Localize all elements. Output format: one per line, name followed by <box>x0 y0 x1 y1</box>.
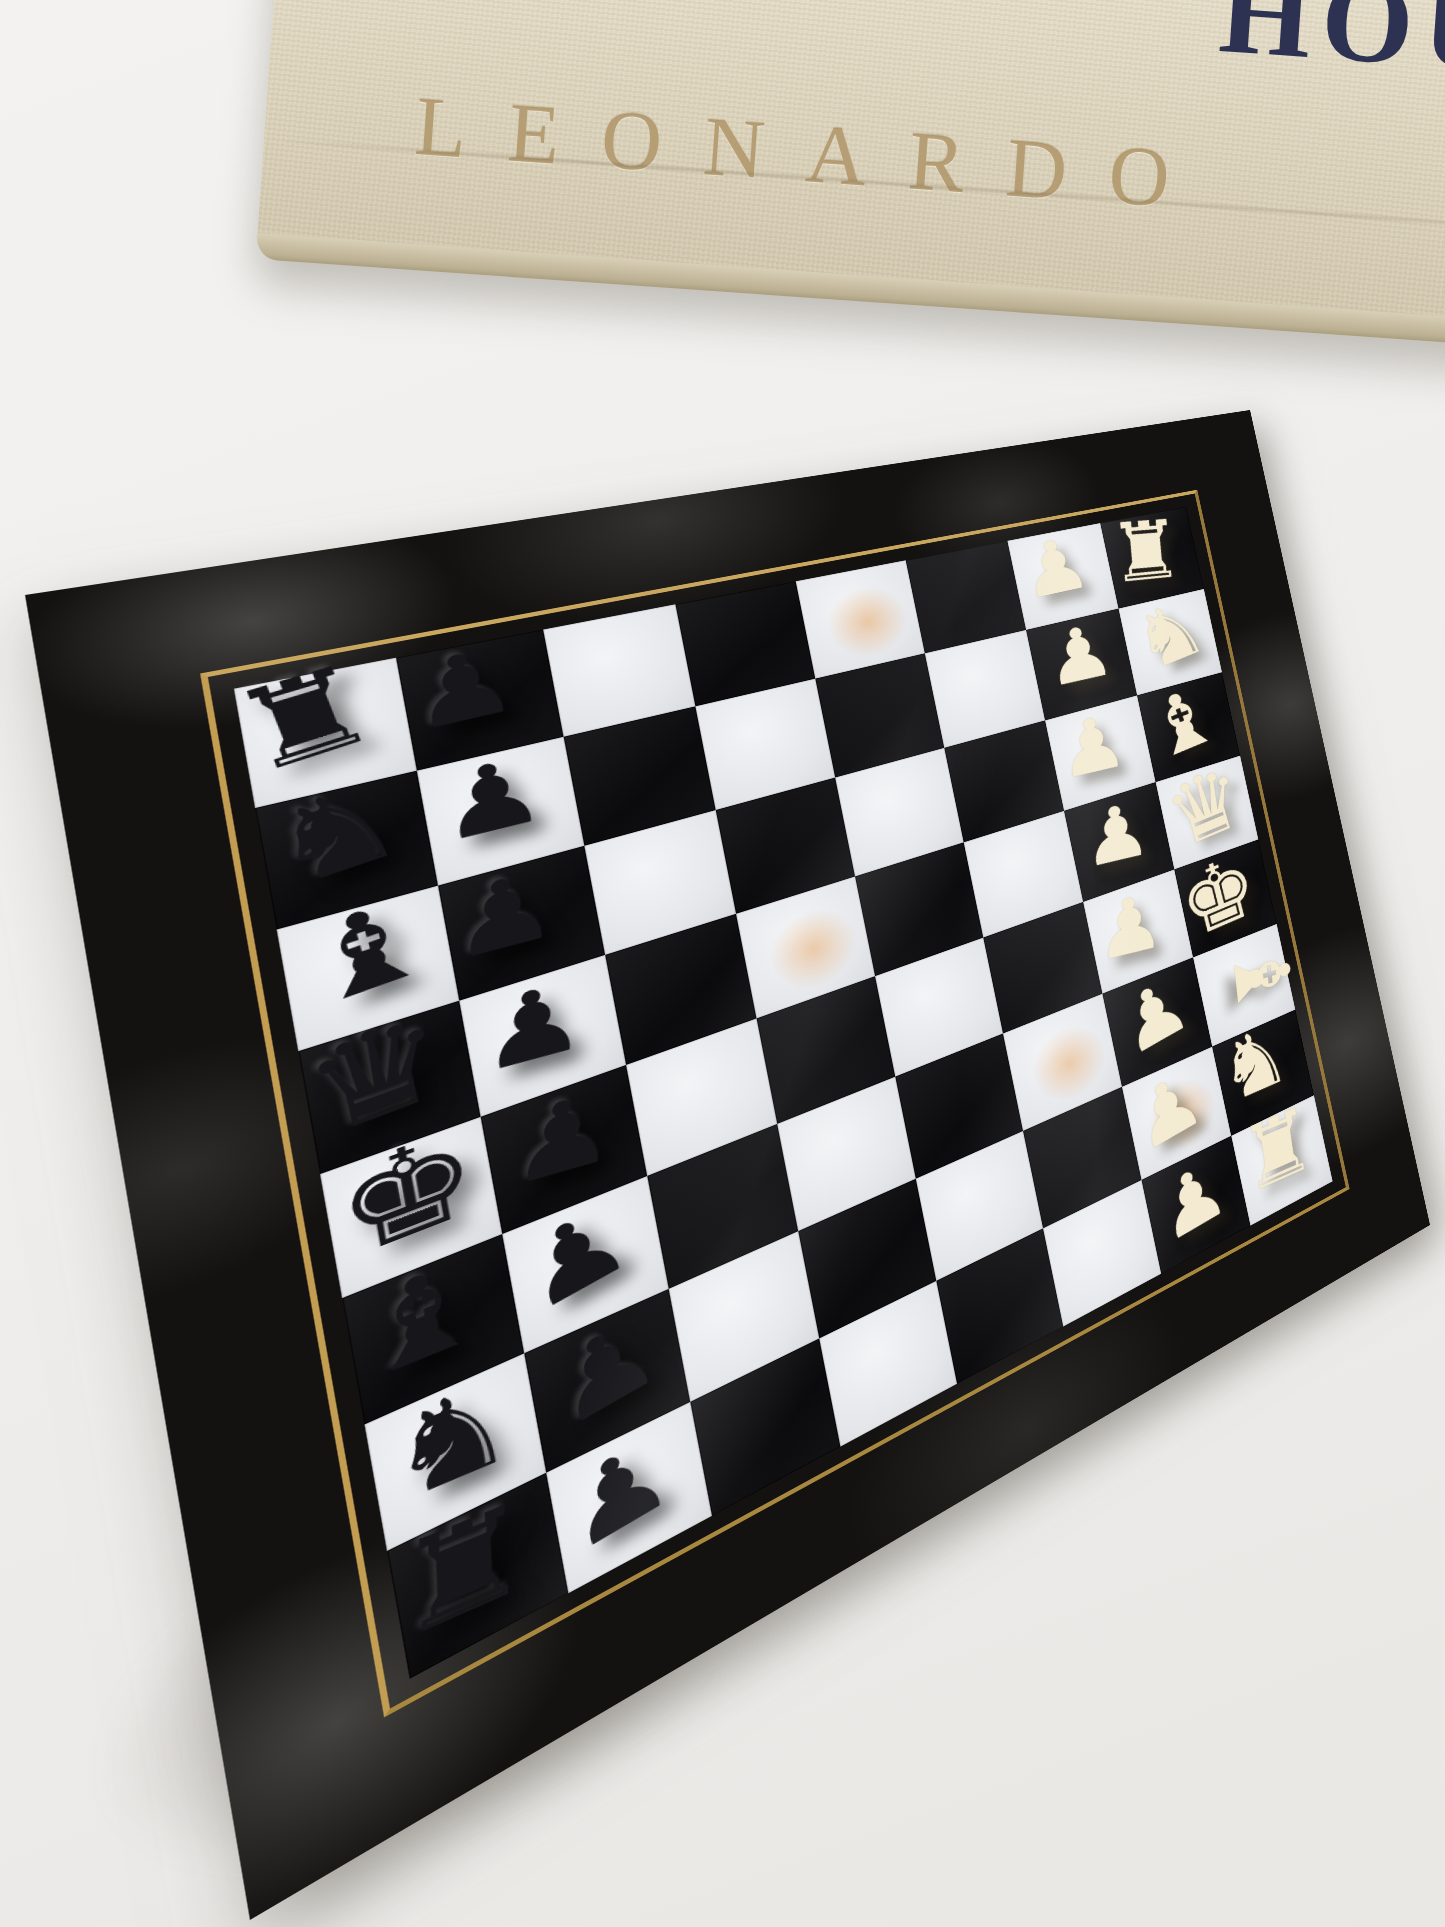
photo-scene: HOU LEONARDO ♜♟♟♜♞♟♟♞♝♟♟♝♛♟♟♛♚♟♟♚♝♟♟♝♞♟♟… <box>0 0 1445 1927</box>
book-bottom-edge <box>256 233 1445 355</box>
checkerboard: ♜♟♟♜♞♟♟♞♝♟♟♝♛♟♟♛♚♟♟♚♝♟♟♝♞♟♟♞♜♟♟♜ <box>234 507 1333 1679</box>
book-cover: HOU LEONARDO <box>256 0 1445 355</box>
book-partial-title: HOU <box>1216 0 1445 100</box>
book-title: LEONARDO <box>412 77 1215 229</box>
